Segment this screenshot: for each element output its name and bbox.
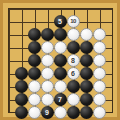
- black-stone: [80, 106, 93, 119]
- white-stone: [93, 80, 106, 93]
- white-stone: [93, 54, 106, 67]
- black-stone: [28, 67, 41, 80]
- white-stone: [67, 93, 80, 106]
- black-stone: [80, 67, 93, 80]
- white-stone: [54, 106, 67, 119]
- black-stone: [80, 80, 93, 93]
- white-stone: [93, 41, 106, 54]
- goban: 5108679: [0, 0, 120, 120]
- black-stone-5: 5: [54, 15, 67, 28]
- black-stone: [54, 28, 67, 41]
- black-stone: [54, 54, 67, 67]
- move-number: 5: [58, 18, 62, 25]
- white-stone: [41, 67, 54, 80]
- black-stone: [28, 28, 41, 41]
- move-number: 7: [58, 96, 62, 103]
- black-stone: [80, 54, 93, 67]
- black-stone: [67, 41, 80, 54]
- white-stone: [54, 80, 67, 93]
- move-number: 6: [71, 70, 75, 77]
- black-stone-9: 9: [41, 106, 54, 119]
- black-stone: [80, 93, 93, 106]
- move-number: 8: [71, 57, 75, 64]
- white-stone: [41, 54, 54, 67]
- black-stone: [15, 67, 28, 80]
- black-stone: [80, 41, 93, 54]
- black-stone: [28, 41, 41, 54]
- white-stone: [28, 106, 41, 119]
- white-stone: [41, 93, 54, 106]
- white-stone: [28, 80, 41, 93]
- white-stone: [93, 67, 106, 80]
- white-stone-10: 10: [67, 15, 80, 28]
- white-stone-6: 6: [67, 67, 80, 80]
- black-stone: [54, 67, 67, 80]
- black-stone-7: 7: [54, 93, 67, 106]
- black-stone: [67, 106, 80, 119]
- move-number: 9: [45, 109, 49, 116]
- white-stone: [41, 41, 54, 54]
- white-stone: [93, 28, 106, 41]
- black-stone: [28, 54, 41, 67]
- white-stone: [67, 28, 80, 41]
- black-stone: [15, 93, 28, 106]
- black-stone: [67, 80, 80, 93]
- move-number: 10: [70, 18, 76, 24]
- black-stone: [41, 28, 54, 41]
- white-stone: [80, 28, 93, 41]
- white-stone: [41, 80, 54, 93]
- white-stone: [93, 93, 106, 106]
- black-stone: [15, 80, 28, 93]
- black-stone: [15, 106, 28, 119]
- white-stone: [28, 93, 41, 106]
- white-stone: [54, 41, 67, 54]
- white-stone-8: 8: [67, 54, 80, 67]
- white-stone: [93, 106, 106, 119]
